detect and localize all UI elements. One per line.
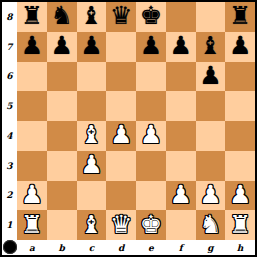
black-knight-b8[interactable]: ♞ [50, 3, 72, 28]
square-h4[interactable] [225, 121, 255, 151]
white-pawn-d4[interactable]: ♟ [110, 122, 132, 147]
square-a1[interactable]: ♜ [17, 210, 47, 240]
white-pawn-c3[interactable]: ♟ [80, 152, 102, 177]
black-pawn-h7[interactable]: ♟ [229, 33, 251, 58]
black-bishop-c8[interactable]: ♝ [80, 3, 102, 28]
white-bishop-c1[interactable]: ♝ [80, 212, 102, 237]
square-h8[interactable]: ♜ [225, 2, 255, 32]
black-pawn-a7[interactable]: ♟ [21, 33, 43, 58]
square-f1[interactable] [166, 210, 196, 240]
square-g6[interactable]: ♟ [196, 62, 226, 92]
black-king-e8[interactable]: ♚ [140, 3, 162, 28]
square-a2[interactable]: ♟ [17, 181, 47, 211]
file-label-a: a [17, 240, 47, 255]
square-b2[interactable] [47, 181, 77, 211]
file-label-e: e [136, 240, 166, 255]
white-pawn-f2[interactable]: ♟ [169, 182, 191, 207]
black-rook-h8[interactable]: ♜ [229, 3, 251, 28]
diagram-inner: 87654321 ♜♞♝♛♚♜♟♟♟♟♟♝♟♟♝♟♟♟♟♟♟♟♜♝♛♚♞♜ ab… [2, 2, 255, 255]
square-h6[interactable] [225, 62, 255, 92]
square-c7[interactable]: ♟ [77, 32, 107, 62]
square-e3[interactable] [136, 151, 166, 181]
rank-labels: 87654321 [2, 2, 17, 240]
square-e4[interactable]: ♟ [136, 121, 166, 151]
square-f2[interactable]: ♟ [166, 181, 196, 211]
rank-label-1: 1 [2, 210, 17, 240]
file-label-c: c [77, 240, 107, 255]
square-g4[interactable] [196, 121, 226, 151]
square-g1[interactable]: ♞ [196, 210, 226, 240]
square-f3[interactable] [166, 151, 196, 181]
chess-board: ♜♞♝♛♚♜♟♟♟♟♟♝♟♟♝♟♟♟♟♟♟♟♜♝♛♚♞♜ [17, 2, 255, 240]
file-label-b: b [47, 240, 77, 255]
rank-label-5: 5 [2, 91, 17, 121]
square-d5[interactable] [106, 91, 136, 121]
black-pawn-c7[interactable]: ♟ [80, 33, 102, 58]
square-g8[interactable] [196, 2, 226, 32]
square-b1[interactable] [47, 210, 77, 240]
file-label-d: d [106, 240, 136, 255]
rank-label-2: 2 [2, 181, 17, 211]
square-b7[interactable]: ♟ [47, 32, 77, 62]
square-a7[interactable]: ♟ [17, 32, 47, 62]
square-d7[interactable] [106, 32, 136, 62]
white-pawn-g2[interactable]: ♟ [199, 182, 221, 207]
black-pawn-f7[interactable]: ♟ [169, 33, 191, 58]
file-labels: abcdefgh [17, 240, 255, 255]
square-b5[interactable] [47, 91, 77, 121]
square-c3[interactable]: ♟ [77, 151, 107, 181]
white-knight-g1[interactable]: ♞ [199, 212, 221, 237]
square-c6[interactable] [77, 62, 107, 92]
black-bishop-g7[interactable]: ♝ [199, 33, 221, 58]
square-f8[interactable] [166, 2, 196, 32]
square-g2[interactable]: ♟ [196, 181, 226, 211]
chess-diagram: 87654321 ♜♞♝♛♚♜♟♟♟♟♟♝♟♟♝♟♟♟♟♟♟♟♜♝♛♚♞♜ ab… [0, 0, 257, 257]
rank-label-7: 7 [2, 32, 17, 62]
square-f7[interactable]: ♟ [166, 32, 196, 62]
square-e6[interactable] [136, 62, 166, 92]
square-a8[interactable]: ♜ [17, 2, 47, 32]
square-h5[interactable] [225, 91, 255, 121]
square-d6[interactable] [106, 62, 136, 92]
square-e5[interactable] [136, 91, 166, 121]
square-b8[interactable]: ♞ [47, 2, 77, 32]
white-pawn-h2[interactable]: ♟ [229, 182, 251, 207]
square-b3[interactable] [47, 151, 77, 181]
file-label-g: g [196, 240, 226, 255]
rank-label-4: 4 [2, 121, 17, 151]
rank-label-6: 6 [2, 62, 17, 92]
square-g5[interactable] [196, 91, 226, 121]
white-king-e1[interactable]: ♚ [140, 212, 162, 237]
square-c5[interactable] [77, 91, 107, 121]
white-pawn-a2[interactable]: ♟ [21, 182, 43, 207]
turn-indicator-black-to-move [3, 240, 17, 254]
black-pawn-b7[interactable]: ♟ [50, 33, 72, 58]
square-h1[interactable]: ♜ [225, 210, 255, 240]
square-e7[interactable]: ♟ [136, 32, 166, 62]
square-d8[interactable]: ♛ [106, 2, 136, 32]
square-h3[interactable] [225, 151, 255, 181]
square-a5[interactable] [17, 91, 47, 121]
square-g3[interactable] [196, 151, 226, 181]
square-f6[interactable] [166, 62, 196, 92]
square-d4[interactable]: ♟ [106, 121, 136, 151]
black-pawn-g6[interactable]: ♟ [199, 63, 221, 88]
white-bishop-c4[interactable]: ♝ [80, 122, 102, 147]
square-g7[interactable]: ♝ [196, 32, 226, 62]
square-b6[interactable] [47, 62, 77, 92]
square-a3[interactable] [17, 151, 47, 181]
square-c8[interactable]: ♝ [77, 2, 107, 32]
black-queen-d8[interactable]: ♛ [110, 3, 132, 28]
square-e2[interactable] [136, 181, 166, 211]
black-rook-a8[interactable]: ♜ [21, 3, 43, 28]
black-pawn-e7[interactable]: ♟ [140, 33, 162, 58]
square-h2[interactable]: ♟ [225, 181, 255, 211]
square-e1[interactable]: ♚ [136, 210, 166, 240]
white-rook-h1[interactable]: ♜ [229, 212, 251, 237]
file-label-f: f [166, 240, 196, 255]
square-a6[interactable] [17, 62, 47, 92]
rank-label-8: 8 [2, 2, 17, 32]
square-f4[interactable] [166, 121, 196, 151]
square-a4[interactable] [17, 121, 47, 151]
white-rook-a1[interactable]: ♜ [21, 212, 43, 237]
file-label-h: h [225, 240, 255, 255]
square-c1[interactable]: ♝ [77, 210, 107, 240]
white-queen-d1[interactable]: ♛ [110, 212, 132, 237]
square-d1[interactable]: ♛ [106, 210, 136, 240]
square-d3[interactable] [106, 151, 136, 181]
square-h7[interactable]: ♟ [225, 32, 255, 62]
square-e8[interactable]: ♚ [136, 2, 166, 32]
white-pawn-e4[interactable]: ♟ [140, 122, 162, 147]
square-f5[interactable] [166, 91, 196, 121]
square-c2[interactable] [77, 181, 107, 211]
square-d2[interactable] [106, 181, 136, 211]
square-c4[interactable]: ♝ [77, 121, 107, 151]
square-b4[interactable] [47, 121, 77, 151]
rank-label-3: 3 [2, 151, 17, 181]
